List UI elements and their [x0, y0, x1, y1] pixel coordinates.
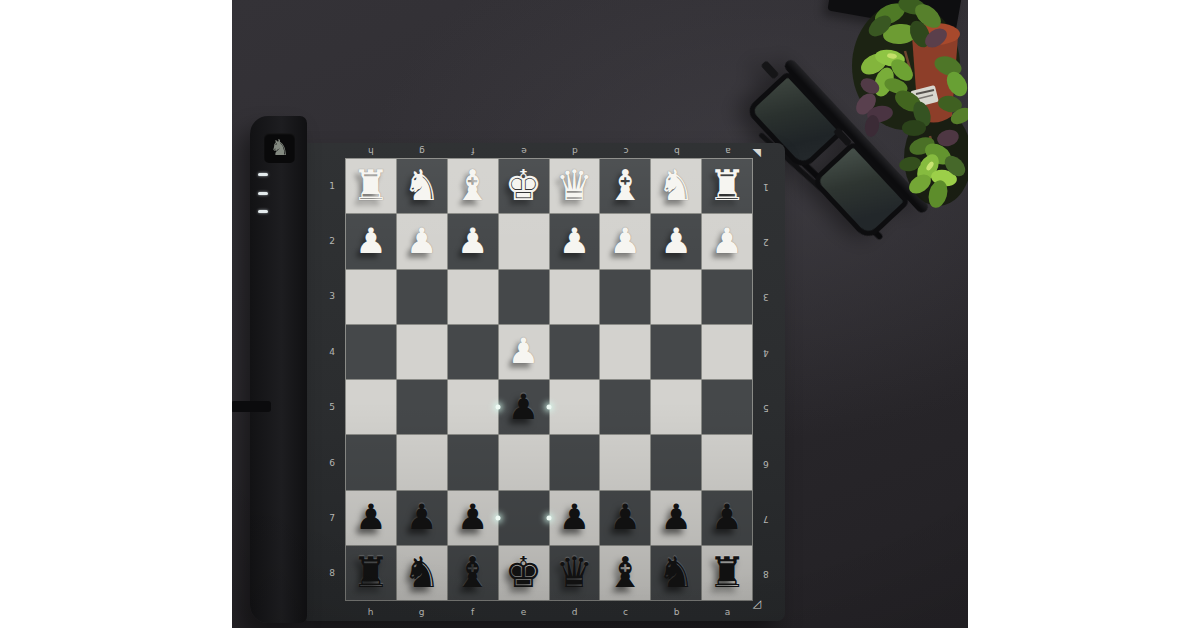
square-d3[interactable]: [550, 270, 600, 324]
file-label-top-a: a: [725, 146, 731, 155]
square-h2[interactable]: ♟: [346, 214, 396, 268]
white-pawn-g2[interactable]: ♟: [406, 224, 437, 259]
square-d7[interactable]: ♟: [550, 491, 600, 545]
square-g8[interactable]: ♞: [397, 546, 447, 600]
square-d4[interactable]: [550, 325, 600, 379]
square-c1[interactable]: ♝: [600, 159, 650, 213]
square-f6[interactable]: [448, 435, 498, 489]
square-c8[interactable]: ♝: [600, 546, 650, 600]
white-rook-h1[interactable]: ♜: [352, 165, 390, 207]
square-a8[interactable]: ♜: [702, 546, 752, 600]
corner-marker-top-right: ◥: [753, 147, 761, 158]
black-knight-b8[interactable]: ♞: [657, 552, 695, 594]
board-housing: ♞: [250, 116, 307, 623]
white-pawn-b2[interactable]: ♟: [660, 224, 691, 259]
square-c4[interactable]: [600, 325, 650, 379]
white-king-e1[interactable]: ♚: [505, 165, 543, 207]
square-b2[interactable]: ♟: [651, 214, 701, 268]
square-a7[interactable]: ♟: [702, 491, 752, 545]
square-a1[interactable]: ♜: [702, 159, 752, 213]
file-label-bottom-e: e: [521, 608, 527, 617]
square-b8[interactable]: ♞: [651, 546, 701, 600]
square-d2[interactable]: ♟: [550, 214, 600, 268]
square-a5[interactable]: [702, 380, 752, 434]
board-mat: ♜♞♝♚♛♝♞♜♟♟♟♟♟♟♟♟♟♟♟♟♟♟♟♟♜♞♝♚♛♝♞♜ ◥ ◿ hhg…: [305, 143, 785, 621]
rank-label-left-4: 4: [329, 347, 335, 356]
square-f5[interactable]: [448, 380, 498, 434]
white-bishop-c1[interactable]: ♝: [606, 165, 644, 207]
square-e7[interactable]: [499, 491, 549, 545]
square-c3[interactable]: [600, 270, 650, 324]
square-e1[interactable]: ♚: [499, 159, 549, 213]
square-g6[interactable]: [397, 435, 447, 489]
led-e7-left: [496, 515, 501, 520]
rank-label-left-1: 1: [329, 181, 335, 190]
file-label-bottom-d: d: [572, 608, 578, 617]
photo-stage: ♞ ♜♞♝♚♛♝♞♜♟♟♟♟♟♟♟♟♟♟♟♟♟♟♟♟♜♞♝♚♛♝♞♜ ◥ ◿ h…: [0, 0, 1200, 628]
square-a6[interactable]: [702, 435, 752, 489]
white-pawn-e4[interactable]: ♟: [508, 334, 539, 369]
square-g2[interactable]: ♟: [397, 214, 447, 268]
square-f1[interactable]: ♝: [448, 159, 498, 213]
file-label-top-e: e: [521, 146, 527, 155]
file-label-bottom-a: a: [725, 608, 731, 617]
rank-label-right-2: 2: [763, 237, 769, 246]
black-pawn-c7[interactable]: ♟: [610, 500, 641, 535]
led-e7-right: [547, 515, 552, 520]
rank-label-right-1: 1: [763, 181, 769, 190]
white-knight-g1[interactable]: ♞: [403, 165, 441, 207]
rank-label-left-3: 3: [329, 292, 335, 301]
file-label-bottom-h: h: [368, 608, 374, 617]
status-led: [258, 192, 268, 195]
square-h1[interactable]: ♜: [346, 159, 396, 213]
square-d1[interactable]: ♛: [550, 159, 600, 213]
square-e3[interactable]: [499, 270, 549, 324]
white-pawn-c2[interactable]: ♟: [610, 224, 641, 259]
black-bishop-c8[interactable]: ♝: [606, 552, 644, 594]
power-cable: [232, 401, 271, 412]
square-g4[interactable]: [397, 325, 447, 379]
square-a3[interactable]: [702, 270, 752, 324]
file-label-top-d: d: [572, 146, 578, 155]
led-e5-right: [547, 405, 552, 410]
square-c6[interactable]: [600, 435, 650, 489]
desk-scene: ♞ ♜♞♝♚♛♝♞♜♟♟♟♟♟♟♟♟♟♟♟♟♟♟♟♟♜♞♝♚♛♝♞♜ ◥ ◿ h…: [232, 0, 968, 628]
rank-label-left-2: 2: [329, 237, 335, 246]
black-pawn-a7[interactable]: ♟: [711, 500, 742, 535]
square-c7[interactable]: ♟: [600, 491, 650, 545]
rank-label-right-8: 8: [763, 569, 769, 578]
white-pawn-f2[interactable]: ♟: [457, 224, 488, 259]
black-bishop-f8[interactable]: ♝: [454, 552, 492, 594]
black-pawn-h7[interactable]: ♟: [355, 500, 386, 535]
square-a2[interactable]: ♟: [702, 214, 752, 268]
file-label-top-f: f: [471, 146, 474, 155]
square-h5[interactable]: [346, 380, 396, 434]
white-pawn-a2[interactable]: ♟: [711, 224, 742, 259]
rank-label-right-6: 6: [763, 458, 769, 467]
rank-label-left-7: 7: [329, 513, 335, 522]
file-label-bottom-f: f: [471, 608, 474, 617]
square-b4[interactable]: [651, 325, 701, 379]
square-h4[interactable]: [346, 325, 396, 379]
square-e8[interactable]: ♚: [499, 546, 549, 600]
square-f8[interactable]: ♝: [448, 546, 498, 600]
square-h7[interactable]: ♟: [346, 491, 396, 545]
corner-marker-bottom-right: ◿: [753, 598, 761, 609]
square-b1[interactable]: ♞: [651, 159, 701, 213]
square-f7[interactable]: ♟: [448, 491, 498, 545]
black-pawn-d7[interactable]: ♟: [559, 500, 590, 535]
square-b5[interactable]: [651, 380, 701, 434]
rank-label-right-7: 7: [763, 513, 769, 522]
square-d5[interactable]: [550, 380, 600, 434]
file-label-bottom-g: g: [419, 608, 425, 617]
square-e4[interactable]: ♟: [499, 325, 549, 379]
status-led: [258, 210, 268, 213]
square-b3[interactable]: [651, 270, 701, 324]
square-c2[interactable]: ♟: [600, 214, 650, 268]
square-c5[interactable]: [600, 380, 650, 434]
black-king-e8[interactable]: ♚: [505, 552, 543, 594]
black-pawn-b7[interactable]: ♟: [660, 500, 691, 535]
black-rook-a8[interactable]: ♜: [708, 552, 746, 594]
white-queen-d1[interactable]: ♛: [556, 165, 594, 207]
rank-label-right-5: 5: [763, 403, 769, 412]
status-led: [258, 173, 268, 176]
white-knight-b1[interactable]: ♞: [657, 165, 695, 207]
rank-label-left-5: 5: [329, 403, 335, 412]
rank-label-left-6: 6: [329, 458, 335, 467]
file-label-top-c: c: [623, 146, 628, 155]
square-h3[interactable]: [346, 270, 396, 324]
rank-label-left-8: 8: [329, 569, 335, 578]
square-e5[interactable]: ♟: [499, 380, 549, 434]
black-pawn-f7[interactable]: ♟: [457, 500, 488, 535]
square-f4[interactable]: [448, 325, 498, 379]
square-g5[interactable]: [397, 380, 447, 434]
square-b6[interactable]: [651, 435, 701, 489]
square-b7[interactable]: ♟: [651, 491, 701, 545]
knight-logo-icon: ♞: [270, 137, 290, 159]
white-rook-a1[interactable]: ♜: [708, 165, 746, 207]
black-rook-h8[interactable]: ♜: [352, 552, 390, 594]
square-h8[interactable]: ♜: [346, 546, 396, 600]
file-label-bottom-c: c: [623, 608, 628, 617]
square-d8[interactable]: ♛: [550, 546, 600, 600]
square-h6[interactable]: [346, 435, 396, 489]
file-label-top-b: b: [674, 146, 680, 155]
file-label-top-h: h: [368, 146, 374, 155]
temple-tip: [761, 60, 780, 79]
square-f3[interactable]: [448, 270, 498, 324]
square-e2[interactable]: [499, 214, 549, 268]
led-e5-left: [496, 405, 501, 410]
square-a4[interactable]: [702, 325, 752, 379]
chessboard: ♜♞♝♚♛♝♞♜♟♟♟♟♟♟♟♟♟♟♟♟♟♟♟♟♜♞♝♚♛♝♞♜: [345, 158, 753, 601]
rank-label-right-3: 3: [763, 292, 769, 301]
file-label-top-g: g: [419, 146, 425, 155]
black-queen-d8[interactable]: ♛: [556, 552, 594, 594]
black-pawn-g7[interactable]: ♟: [406, 500, 437, 535]
logo-box: ♞: [264, 133, 295, 163]
rank-label-right-4: 4: [763, 347, 769, 356]
square-f2[interactable]: ♟: [448, 214, 498, 268]
square-d6[interactable]: [550, 435, 600, 489]
square-g3[interactable]: [397, 270, 447, 324]
file-label-bottom-b: b: [674, 608, 680, 617]
white-pawn-h2[interactable]: ♟: [355, 224, 386, 259]
jade-plant: [850, 0, 968, 210]
black-knight-g8[interactable]: ♞: [403, 552, 441, 594]
square-e6[interactable]: [499, 435, 549, 489]
square-g7[interactable]: ♟: [397, 491, 447, 545]
square-g1[interactable]: ♞: [397, 159, 447, 213]
white-bishop-f1[interactable]: ♝: [454, 165, 492, 207]
white-pawn-d2[interactable]: ♟: [559, 224, 590, 259]
black-pawn-e5[interactable]: ♟: [508, 390, 539, 425]
